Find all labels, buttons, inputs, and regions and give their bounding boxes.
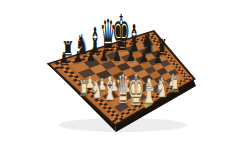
piece-black-p: ♟ [59, 49, 69, 66]
piece-white-r: ♜ [79, 75, 90, 101]
piece-black-p: ♟ [153, 49, 163, 66]
chess-board-photo: ♚♛♝♝♞♞♜♜♟♟♟♟♟♟♟♟♟♟♟♟♟♟♟♟♜♜♞♞♝♛♝♚ [0, 0, 240, 150]
piece-black-p: ♟ [112, 47, 122, 64]
piece-black-p: ♟ [126, 47, 136, 64]
piece-white-k: ♚ [128, 65, 145, 116]
piece-black-p: ♟ [86, 47, 96, 64]
piece-black-p: ♟ [139, 48, 149, 65]
piece-black-p: ♟ [99, 47, 109, 64]
piece-white-r: ♜ [170, 71, 181, 97]
piece-black-p: ♟ [73, 48, 83, 65]
photo-canvas: ♚♛♝♝♞♞♜♜♟♟♟♟♟♟♟♟♟♟♟♟♟♟♟♟♜♜♞♞♝♛♝♚ [0, 0, 240, 150]
